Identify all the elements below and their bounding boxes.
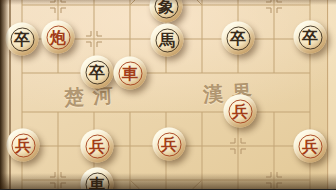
piece-glyph: 卒 [302, 30, 318, 46]
piece-glyph: 卒 [89, 65, 105, 81]
piece-glyph: 車 [122, 66, 138, 82]
piece-red-soldier-d[interactable]: 兵 [224, 95, 257, 128]
piece-glyph: 兵 [161, 137, 177, 153]
piece-red-soldier-c[interactable]: 兵 [153, 128, 186, 161]
piece-glyph: 馬 [159, 33, 175, 49]
piece-red-soldier-a[interactable]: 兵 [7, 129, 40, 162]
piece-glyph: 兵 [89, 139, 105, 155]
piece-black-soldier-a[interactable]: 卒 [6, 23, 39, 56]
piece-red-soldier-e[interactable]: 兵 [294, 130, 327, 163]
piece-red-chariot[interactable]: 車 [114, 57, 147, 90]
xiangqi-board: 楚河 漢界 卒炮卒車象馬卒卒兵兵車兵兵兵 [0, 0, 336, 189]
piece-glyph: 兵 [232, 104, 248, 120]
piece-glyph: 炮 [50, 30, 66, 46]
piece-black-soldier-d[interactable]: 卒 [294, 21, 327, 54]
piece-glyph: 象 [158, 0, 174, 15]
piece-glyph: 卒 [14, 32, 30, 48]
piece-glyph: 車 [89, 177, 105, 190]
piece-glyph: 卒 [230, 31, 246, 47]
piece-black-horse[interactable]: 馬 [151, 24, 184, 57]
piece-red-cannon[interactable]: 炮 [42, 21, 75, 54]
piece-black-soldier-c[interactable]: 卒 [222, 22, 255, 55]
piece-glyph: 兵 [15, 138, 31, 154]
piece-black-soldier-b[interactable]: 卒 [81, 56, 114, 89]
piece-glyph: 兵 [302, 139, 318, 155]
piece-red-soldier-b[interactable]: 兵 [81, 130, 114, 163]
